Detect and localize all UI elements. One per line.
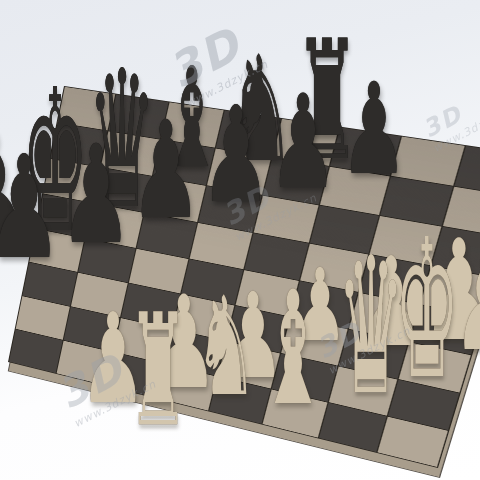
black-pawn-b3: ♟: [59, 127, 132, 263]
black-pawn-f7: ♟: [340, 67, 408, 193]
white-bishop-f3: ♝: [258, 271, 328, 428]
white-knight-e2: ♞: [194, 279, 258, 415]
white-rook-d1: ♜: [127, 293, 188, 448]
black-pawn-e6: ♟: [268, 78, 338, 208]
cad-chess-render: ♚♛♝♞♜♟♟♟♟♟♟♟♟♜♟♞♟♝♟♛♟♚♟♟ 3Dwww.3dzyk.cn3…: [0, 0, 480, 480]
pieces-layer: ♚♛♝♞♜♟♟♟♟♟♟♟♟♜♟♞♟♝♟♛♟♚♟♟: [0, 0, 480, 480]
black-pawn-d5: ♟: [200, 89, 271, 222]
black-pawn-a3: ♟: [0, 137, 62, 280]
black-pawn-c4: ♟: [130, 104, 202, 238]
white-queen-g4: ♛: [337, 233, 405, 422]
